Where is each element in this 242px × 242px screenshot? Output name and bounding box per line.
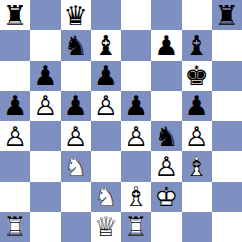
square-e2[interactable]: ♝♗ (121, 182, 151, 212)
chess-board: ♜♛♜♞♝♟♝♟♟♚♟♟♙♟♟♙♟♟♟♙♟♙♟♙♞♟♙♞♘♟♙♝♗♞♘♝♗♚♔♜… (0, 0, 242, 242)
square-g7[interactable]: ♝ (182, 30, 212, 60)
square-d8[interactable] (91, 0, 121, 30)
piece-black-pawn-d6[interactable]: ♟ (91, 61, 121, 91)
square-e3[interactable] (121, 151, 151, 181)
square-h8[interactable]: ♜ (212, 0, 242, 30)
square-a4[interactable]: ♟♙ (0, 121, 30, 151)
square-a2[interactable] (0, 182, 30, 212)
square-d5[interactable]: ♟♙ (91, 91, 121, 121)
square-h7[interactable] (212, 30, 242, 60)
piece-white-rook-e1[interactable]: ♜♖ (121, 212, 151, 242)
square-d1[interactable]: ♛♕ (91, 212, 121, 242)
square-d4[interactable] (91, 121, 121, 151)
square-h1[interactable] (212, 212, 242, 242)
piece-white-pawn-c4[interactable]: ♟♙ (61, 121, 91, 151)
square-c4[interactable]: ♟♙ (61, 121, 91, 151)
piece-white-bishop-e2[interactable]: ♝♗ (121, 182, 151, 212)
piece-white-knight-c3[interactable]: ♞♘ (61, 151, 91, 181)
piece-black-pawn-e5[interactable]: ♟ (121, 91, 151, 121)
square-b3[interactable] (30, 151, 60, 181)
square-a5[interactable]: ♟ (0, 91, 30, 121)
square-a7[interactable] (0, 30, 30, 60)
square-b7[interactable] (30, 30, 60, 60)
square-b6[interactable]: ♟ (30, 61, 60, 91)
square-b1[interactable] (30, 212, 60, 242)
square-g1[interactable] (182, 212, 212, 242)
piece-black-queen-c8[interactable]: ♛ (61, 0, 91, 30)
piece-black-pawn-b6[interactable]: ♟ (30, 61, 60, 91)
piece-black-knight-c7[interactable]: ♞ (61, 30, 91, 60)
piece-white-pawn-a4[interactable]: ♟♙ (0, 121, 30, 151)
square-c7[interactable]: ♞ (61, 30, 91, 60)
piece-white-knight-d2[interactable]: ♞♘ (91, 182, 121, 212)
square-d2[interactable]: ♞♘ (91, 182, 121, 212)
square-g6[interactable]: ♚ (182, 61, 212, 91)
piece-black-bishop-g7[interactable]: ♝ (182, 30, 212, 60)
piece-black-pawn-g5[interactable]: ♟ (182, 91, 212, 121)
piece-black-pawn-f7[interactable]: ♟ (151, 30, 181, 60)
square-a8[interactable]: ♜ (0, 0, 30, 30)
square-h4[interactable] (212, 121, 242, 151)
piece-white-pawn-d5[interactable]: ♟♙ (91, 91, 121, 121)
piece-black-pawn-c5[interactable]: ♟ (61, 91, 91, 121)
square-c8[interactable]: ♛ (61, 0, 91, 30)
square-b4[interactable] (30, 121, 60, 151)
square-d7[interactable]: ♝ (91, 30, 121, 60)
square-e5[interactable]: ♟ (121, 91, 151, 121)
square-e7[interactable] (121, 30, 151, 60)
piece-white-rook-a1[interactable]: ♜♖ (0, 212, 30, 242)
square-f6[interactable] (151, 61, 181, 91)
piece-black-knight-f4[interactable]: ♞ (151, 121, 181, 151)
piece-white-pawn-b5[interactable]: ♟♙ (30, 91, 60, 121)
piece-white-queen-d1[interactable]: ♛♕ (91, 212, 121, 242)
square-g8[interactable] (182, 0, 212, 30)
square-e8[interactable] (121, 0, 151, 30)
square-c5[interactable]: ♟ (61, 91, 91, 121)
square-g4[interactable]: ♟♙ (182, 121, 212, 151)
square-g3[interactable]: ♝♗ (182, 151, 212, 181)
chess-board-wrapper: ♜♛♜♞♝♟♝♟♟♚♟♟♙♟♟♙♟♟♟♙♟♙♟♙♞♟♙♞♘♟♙♝♗♞♘♝♗♚♔♜… (0, 0, 242, 242)
square-b5[interactable]: ♟♙ (30, 91, 60, 121)
piece-white-bishop-g3[interactable]: ♝♗ (182, 151, 212, 181)
square-e1[interactable]: ♜♖ (121, 212, 151, 242)
square-h6[interactable] (212, 61, 242, 91)
piece-black-pawn-a5[interactable]: ♟ (0, 91, 30, 121)
square-f1[interactable] (151, 212, 181, 242)
square-g2[interactable] (182, 182, 212, 212)
square-c3[interactable]: ♞♘ (61, 151, 91, 181)
square-f5[interactable] (151, 91, 181, 121)
piece-black-rook-a8[interactable]: ♜ (0, 0, 30, 30)
square-h5[interactable] (212, 91, 242, 121)
piece-white-pawn-f3[interactable]: ♟♙ (151, 151, 181, 181)
square-e6[interactable] (121, 61, 151, 91)
square-a1[interactable]: ♜♖ (0, 212, 30, 242)
square-d3[interactable] (91, 151, 121, 181)
piece-white-king-f2[interactable]: ♚♔ (151, 182, 181, 212)
square-b8[interactable] (30, 0, 60, 30)
square-g5[interactable]: ♟ (182, 91, 212, 121)
square-h2[interactable] (212, 182, 242, 212)
piece-black-king-g6[interactable]: ♚ (182, 61, 212, 91)
piece-black-rook-h8[interactable]: ♜ (212, 0, 242, 30)
square-c2[interactable] (61, 182, 91, 212)
square-e4[interactable]: ♟♙ (121, 121, 151, 151)
square-c1[interactable] (61, 212, 91, 242)
piece-white-pawn-g4[interactable]: ♟♙ (182, 121, 212, 151)
square-b2[interactable] (30, 182, 60, 212)
square-h3[interactable] (212, 151, 242, 181)
square-c6[interactable] (61, 61, 91, 91)
square-d6[interactable]: ♟ (91, 61, 121, 91)
square-f3[interactable]: ♟♙ (151, 151, 181, 181)
piece-black-bishop-d7[interactable]: ♝ (91, 30, 121, 60)
square-a3[interactable] (0, 151, 30, 181)
square-f7[interactable]: ♟ (151, 30, 181, 60)
square-f4[interactable]: ♞ (151, 121, 181, 151)
square-a6[interactable] (0, 61, 30, 91)
square-f8[interactable] (151, 0, 181, 30)
piece-white-pawn-e4[interactable]: ♟♙ (121, 121, 151, 151)
square-f2[interactable]: ♚♔ (151, 182, 181, 212)
